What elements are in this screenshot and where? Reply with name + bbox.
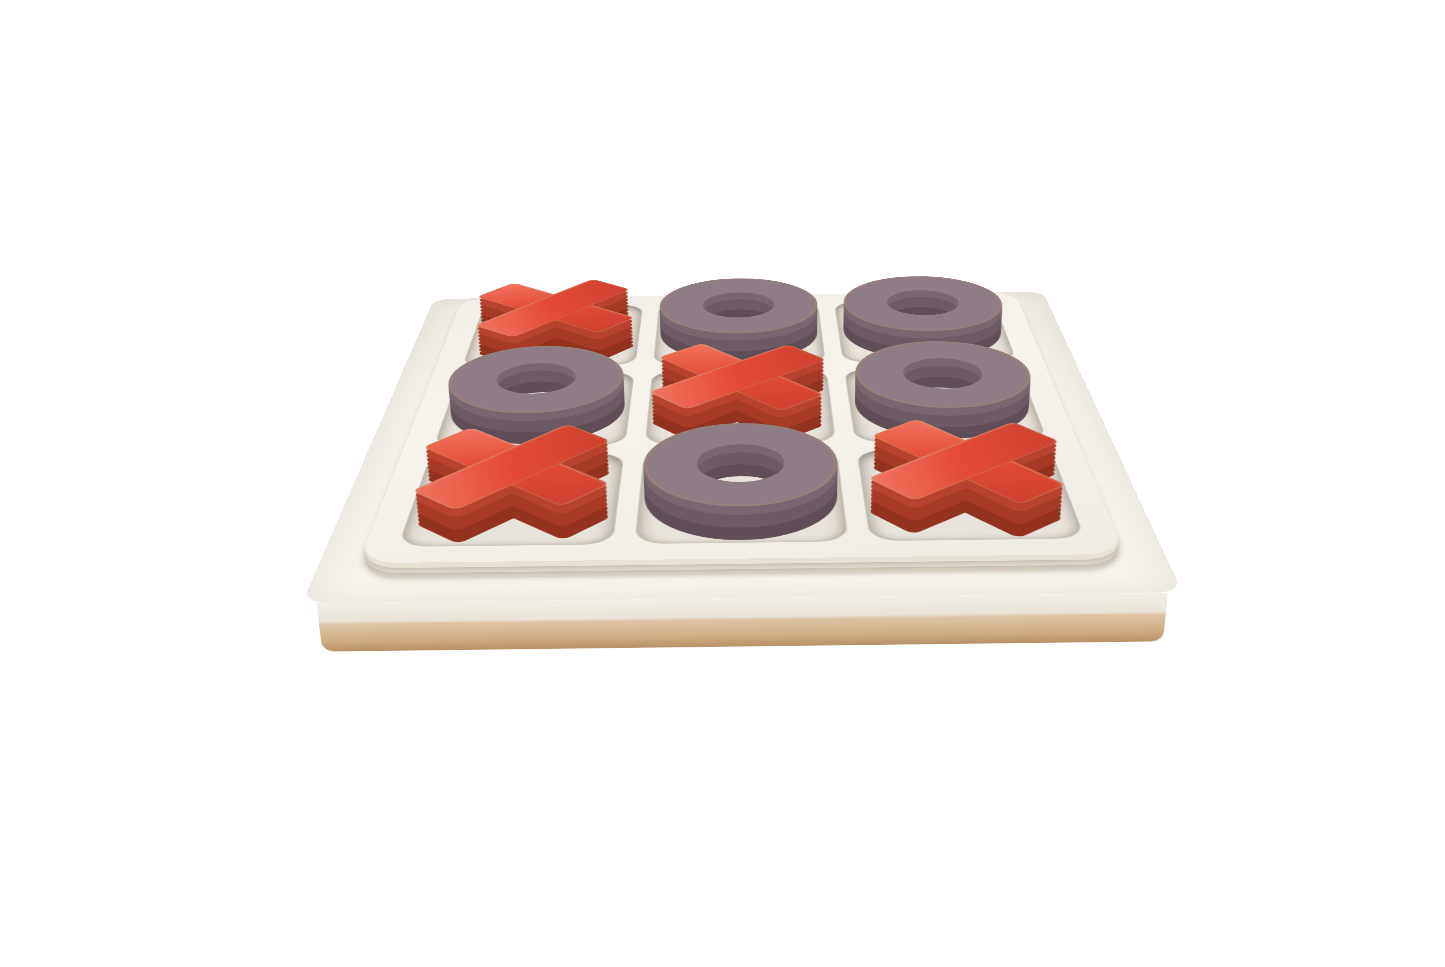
piece-layer [635,340,836,416]
piece-layer [857,414,1081,511]
board-tray [360,304,1124,579]
perspective-container [376,55,1105,784]
cell-r3c3[interactable] [854,447,1088,542]
cell-r3c1[interactable] [395,452,627,548]
tray-top-surface [358,292,1125,564]
x-piece[interactable] [856,445,1078,545]
piece-layer [396,419,620,517]
x-piece[interactable] [400,450,622,551]
board-scene [376,55,1105,784]
board-grid [358,292,1125,564]
o-piece[interactable] [631,450,851,546]
board-base-edge [316,593,1168,652]
tictactoe-board [302,291,1183,603]
cell-r3c2[interactable] [631,450,851,546]
piece-layer [466,275,645,343]
